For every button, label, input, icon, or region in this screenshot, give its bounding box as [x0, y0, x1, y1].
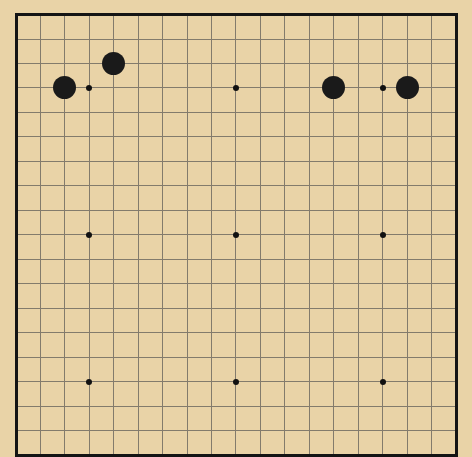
intersection-B15[interactable]	[28, 100, 52, 124]
intersection-S4[interactable]	[419, 369, 443, 393]
intersection-A14[interactable]	[4, 125, 28, 149]
intersection-T9[interactable]	[444, 247, 468, 271]
intersection-H19[interactable]	[175, 2, 199, 26]
intersection-O6[interactable]	[321, 320, 345, 344]
intersection-B13[interactable]	[28, 149, 52, 173]
intersection-F1[interactable]	[126, 443, 150, 457]
intersection-M16[interactable]	[273, 76, 297, 100]
intersection-P7[interactable]	[346, 296, 370, 320]
intersection-O17[interactable]	[321, 51, 345, 75]
intersection-G3[interactable]	[150, 394, 174, 418]
intersection-E14[interactable]	[102, 125, 126, 149]
intersection-M7[interactable]	[273, 296, 297, 320]
intersection-K4[interactable]	[224, 369, 248, 393]
intersection-G17[interactable]	[150, 51, 174, 75]
intersection-F11[interactable]	[126, 198, 150, 222]
intersection-O16[interactable]	[321, 76, 345, 100]
intersection-D2[interactable]	[77, 418, 101, 442]
intersection-D17[interactable]	[77, 51, 101, 75]
intersection-K3[interactable]	[224, 394, 248, 418]
intersection-H3[interactable]	[175, 394, 199, 418]
intersection-O1[interactable]	[321, 443, 345, 457]
intersection-J15[interactable]	[199, 100, 223, 124]
intersection-A1[interactable]	[4, 443, 28, 457]
intersection-G19[interactable]	[150, 2, 174, 26]
intersection-M6[interactable]	[273, 320, 297, 344]
intersection-P8[interactable]	[346, 271, 370, 295]
intersection-Q6[interactable]	[370, 320, 394, 344]
intersection-N12[interactable]	[297, 174, 321, 198]
intersection-T17[interactable]	[444, 51, 468, 75]
intersection-J17[interactable]	[199, 51, 223, 75]
intersection-M11[interactable]	[273, 198, 297, 222]
intersection-L3[interactable]	[248, 394, 272, 418]
intersection-A5[interactable]	[4, 345, 28, 369]
intersection-R8[interactable]	[395, 271, 419, 295]
intersection-B9[interactable]	[28, 247, 52, 271]
intersection-B8[interactable]	[28, 271, 52, 295]
intersection-L6[interactable]	[248, 320, 272, 344]
intersection-E6[interactable]	[102, 320, 126, 344]
intersection-J18[interactable]	[199, 27, 223, 51]
intersection-N5[interactable]	[297, 345, 321, 369]
intersection-Q10[interactable]	[370, 223, 394, 247]
intersection-S5[interactable]	[419, 345, 443, 369]
intersection-K9[interactable]	[224, 247, 248, 271]
intersection-J10[interactable]	[199, 223, 223, 247]
intersection-A11[interactable]	[4, 198, 28, 222]
intersection-Q19[interactable]	[370, 2, 394, 26]
intersection-D9[interactable]	[77, 247, 101, 271]
intersection-H12[interactable]	[175, 174, 199, 198]
intersection-S12[interactable]	[419, 174, 443, 198]
intersection-P12[interactable]	[346, 174, 370, 198]
intersection-R19[interactable]	[395, 2, 419, 26]
intersection-F12[interactable]	[126, 174, 150, 198]
intersection-D15[interactable]	[77, 100, 101, 124]
intersection-B3[interactable]	[28, 394, 52, 418]
intersection-E12[interactable]	[102, 174, 126, 198]
intersection-H13[interactable]	[175, 149, 199, 173]
intersection-T2[interactable]	[444, 418, 468, 442]
intersection-G4[interactable]	[150, 369, 174, 393]
intersection-H4[interactable]	[175, 369, 199, 393]
intersection-P11[interactable]	[346, 198, 370, 222]
intersection-K17[interactable]	[224, 51, 248, 75]
intersection-N18[interactable]	[297, 27, 321, 51]
intersection-L1[interactable]	[248, 443, 272, 457]
intersection-C14[interactable]	[53, 125, 77, 149]
intersection-P3[interactable]	[346, 394, 370, 418]
intersection-K13[interactable]	[224, 149, 248, 173]
intersection-Q9[interactable]	[370, 247, 394, 271]
intersection-J4[interactable]	[199, 369, 223, 393]
intersection-F15[interactable]	[126, 100, 150, 124]
intersection-C5[interactable]	[53, 345, 77, 369]
intersection-O11[interactable]	[321, 198, 345, 222]
intersection-M2[interactable]	[273, 418, 297, 442]
intersection-O5[interactable]	[321, 345, 345, 369]
intersection-D7[interactable]	[77, 296, 101, 320]
intersection-M4[interactable]	[273, 369, 297, 393]
intersection-D5[interactable]	[77, 345, 101, 369]
intersection-B6[interactable]	[28, 320, 52, 344]
intersection-G5[interactable]	[150, 345, 174, 369]
intersection-S19[interactable]	[419, 2, 443, 26]
intersection-E9[interactable]	[102, 247, 126, 271]
intersection-K18[interactable]	[224, 27, 248, 51]
intersection-L5[interactable]	[248, 345, 272, 369]
intersection-A2[interactable]	[4, 418, 28, 442]
intersection-L18[interactable]	[248, 27, 272, 51]
intersection-G13[interactable]	[150, 149, 174, 173]
intersection-O12[interactable]	[321, 174, 345, 198]
intersection-G1[interactable]	[150, 443, 174, 457]
intersection-A9[interactable]	[4, 247, 28, 271]
intersection-F13[interactable]	[126, 149, 150, 173]
intersection-N4[interactable]	[297, 369, 321, 393]
intersection-O15[interactable]	[321, 100, 345, 124]
intersection-T6[interactable]	[444, 320, 468, 344]
intersection-E16[interactable]	[102, 76, 126, 100]
intersection-R2[interactable]	[395, 418, 419, 442]
intersection-S10[interactable]	[419, 223, 443, 247]
intersection-E8[interactable]	[102, 271, 126, 295]
intersection-R16[interactable]	[395, 76, 419, 100]
intersection-D11[interactable]	[77, 198, 101, 222]
intersection-M15[interactable]	[273, 100, 297, 124]
intersection-B10[interactable]	[28, 223, 52, 247]
intersection-B12[interactable]	[28, 174, 52, 198]
intersection-A4[interactable]	[4, 369, 28, 393]
intersection-S15[interactable]	[419, 100, 443, 124]
intersection-C2[interactable]	[53, 418, 77, 442]
intersection-S13[interactable]	[419, 149, 443, 173]
intersection-G7[interactable]	[150, 296, 174, 320]
intersection-M13[interactable]	[273, 149, 297, 173]
intersection-E11[interactable]	[102, 198, 126, 222]
intersection-J5[interactable]	[199, 345, 223, 369]
intersection-T3[interactable]	[444, 394, 468, 418]
intersection-O2[interactable]	[321, 418, 345, 442]
intersection-A19[interactable]	[4, 2, 28, 26]
intersection-C17[interactable]	[53, 51, 77, 75]
intersection-O3[interactable]	[321, 394, 345, 418]
intersection-C10[interactable]	[53, 223, 77, 247]
intersection-O14[interactable]	[321, 125, 345, 149]
intersection-H10[interactable]	[175, 223, 199, 247]
intersection-C1[interactable]	[53, 443, 77, 457]
intersection-G15[interactable]	[150, 100, 174, 124]
intersection-C9[interactable]	[53, 247, 77, 271]
intersection-N10[interactable]	[297, 223, 321, 247]
intersection-F18[interactable]	[126, 27, 150, 51]
intersection-H18[interactable]	[175, 27, 199, 51]
intersection-M8[interactable]	[273, 271, 297, 295]
intersection-D16[interactable]	[77, 76, 101, 100]
intersection-E5[interactable]	[102, 345, 126, 369]
intersection-L2[interactable]	[248, 418, 272, 442]
intersection-S18[interactable]	[419, 27, 443, 51]
intersection-S17[interactable]	[419, 51, 443, 75]
intersection-Q15[interactable]	[370, 100, 394, 124]
intersection-L10[interactable]	[248, 223, 272, 247]
intersection-M14[interactable]	[273, 125, 297, 149]
intersection-R4[interactable]	[395, 369, 419, 393]
intersection-K10[interactable]	[224, 223, 248, 247]
intersection-T13[interactable]	[444, 149, 468, 173]
intersection-J16[interactable]	[199, 76, 223, 100]
intersection-D1[interactable]	[77, 443, 101, 457]
intersection-H17[interactable]	[175, 51, 199, 75]
intersection-O13[interactable]	[321, 149, 345, 173]
intersection-H5[interactable]	[175, 345, 199, 369]
intersection-D14[interactable]	[77, 125, 101, 149]
intersection-K5[interactable]	[224, 345, 248, 369]
intersection-J7[interactable]	[199, 296, 223, 320]
intersection-J6[interactable]	[199, 320, 223, 344]
intersection-L15[interactable]	[248, 100, 272, 124]
intersection-F6[interactable]	[126, 320, 150, 344]
intersection-C11[interactable]	[53, 198, 77, 222]
intersection-R1[interactable]	[395, 443, 419, 457]
intersection-Q13[interactable]	[370, 149, 394, 173]
intersection-H11[interactable]	[175, 198, 199, 222]
intersection-S6[interactable]	[419, 320, 443, 344]
intersection-Q3[interactable]	[370, 394, 394, 418]
intersection-H14[interactable]	[175, 125, 199, 149]
intersection-K6[interactable]	[224, 320, 248, 344]
intersection-K2[interactable]	[224, 418, 248, 442]
intersection-Q14[interactable]	[370, 125, 394, 149]
intersection-F5[interactable]	[126, 345, 150, 369]
intersection-C4[interactable]	[53, 369, 77, 393]
intersection-T15[interactable]	[444, 100, 468, 124]
intersection-R11[interactable]	[395, 198, 419, 222]
intersection-T5[interactable]	[444, 345, 468, 369]
intersection-O18[interactable]	[321, 27, 345, 51]
intersection-R15[interactable]	[395, 100, 419, 124]
intersection-H15[interactable]	[175, 100, 199, 124]
intersection-N15[interactable]	[297, 100, 321, 124]
intersection-E13[interactable]	[102, 149, 126, 173]
intersection-M17[interactable]	[273, 51, 297, 75]
intersection-P10[interactable]	[346, 223, 370, 247]
intersection-G8[interactable]	[150, 271, 174, 295]
intersection-J19[interactable]	[199, 2, 223, 26]
intersection-E2[interactable]	[102, 418, 126, 442]
intersection-R7[interactable]	[395, 296, 419, 320]
intersection-P9[interactable]	[346, 247, 370, 271]
intersection-N3[interactable]	[297, 394, 321, 418]
intersection-L16[interactable]	[248, 76, 272, 100]
intersection-B17[interactable]	[28, 51, 52, 75]
intersection-G6[interactable]	[150, 320, 174, 344]
intersection-D4[interactable]	[77, 369, 101, 393]
intersection-M18[interactable]	[273, 27, 297, 51]
intersection-C8[interactable]	[53, 271, 77, 295]
intersection-N1[interactable]	[297, 443, 321, 457]
intersection-A15[interactable]	[4, 100, 28, 124]
intersection-L8[interactable]	[248, 271, 272, 295]
intersection-C18[interactable]	[53, 27, 77, 51]
intersection-N17[interactable]	[297, 51, 321, 75]
intersection-M12[interactable]	[273, 174, 297, 198]
intersection-O8[interactable]	[321, 271, 345, 295]
intersection-A12[interactable]	[4, 174, 28, 198]
intersection-E17[interactable]	[102, 51, 126, 75]
intersection-N14[interactable]	[297, 125, 321, 149]
intersection-M9[interactable]	[273, 247, 297, 271]
intersection-G10[interactable]	[150, 223, 174, 247]
intersection-C15[interactable]	[53, 100, 77, 124]
intersection-S1[interactable]	[419, 443, 443, 457]
intersection-F14[interactable]	[126, 125, 150, 149]
intersection-F17[interactable]	[126, 51, 150, 75]
intersection-K11[interactable]	[224, 198, 248, 222]
intersection-E7[interactable]	[102, 296, 126, 320]
intersection-N7[interactable]	[297, 296, 321, 320]
intersection-M10[interactable]	[273, 223, 297, 247]
intersection-J11[interactable]	[199, 198, 223, 222]
intersection-F9[interactable]	[126, 247, 150, 271]
intersection-A18[interactable]	[4, 27, 28, 51]
intersection-K16[interactable]	[224, 76, 248, 100]
intersection-N13[interactable]	[297, 149, 321, 173]
intersection-B14[interactable]	[28, 125, 52, 149]
intersection-R18[interactable]	[395, 27, 419, 51]
intersection-Q7[interactable]	[370, 296, 394, 320]
intersection-H16[interactable]	[175, 76, 199, 100]
intersection-R12[interactable]	[395, 174, 419, 198]
intersection-C7[interactable]	[53, 296, 77, 320]
intersection-B1[interactable]	[28, 443, 52, 457]
intersection-J2[interactable]	[199, 418, 223, 442]
intersection-P17[interactable]	[346, 51, 370, 75]
intersection-G18[interactable]	[150, 27, 174, 51]
intersection-C19[interactable]	[53, 2, 77, 26]
intersection-T19[interactable]	[444, 2, 468, 26]
intersection-G2[interactable]	[150, 418, 174, 442]
intersection-C13[interactable]	[53, 149, 77, 173]
intersection-N8[interactable]	[297, 271, 321, 295]
intersection-F16[interactable]	[126, 76, 150, 100]
intersection-A7[interactable]	[4, 296, 28, 320]
intersection-O4[interactable]	[321, 369, 345, 393]
intersection-F19[interactable]	[126, 2, 150, 26]
intersection-R14[interactable]	[395, 125, 419, 149]
intersection-H9[interactable]	[175, 247, 199, 271]
intersection-H7[interactable]	[175, 296, 199, 320]
intersection-Q16[interactable]	[370, 76, 394, 100]
intersection-S3[interactable]	[419, 394, 443, 418]
intersection-R6[interactable]	[395, 320, 419, 344]
intersection-R5[interactable]	[395, 345, 419, 369]
intersection-F8[interactable]	[126, 271, 150, 295]
intersection-C3[interactable]	[53, 394, 77, 418]
intersection-L4[interactable]	[248, 369, 272, 393]
intersection-Q1[interactable]	[370, 443, 394, 457]
intersection-Q2[interactable]	[370, 418, 394, 442]
intersection-D13[interactable]	[77, 149, 101, 173]
intersection-F7[interactable]	[126, 296, 150, 320]
intersection-O10[interactable]	[321, 223, 345, 247]
intersection-K1[interactable]	[224, 443, 248, 457]
intersection-S14[interactable]	[419, 125, 443, 149]
intersection-L7[interactable]	[248, 296, 272, 320]
intersection-P5[interactable]	[346, 345, 370, 369]
intersection-D18[interactable]	[77, 27, 101, 51]
intersection-P18[interactable]	[346, 27, 370, 51]
intersection-N16[interactable]	[297, 76, 321, 100]
intersection-L19[interactable]	[248, 2, 272, 26]
intersection-M3[interactable]	[273, 394, 297, 418]
intersection-C12[interactable]	[53, 174, 77, 198]
intersection-K12[interactable]	[224, 174, 248, 198]
intersection-M5[interactable]	[273, 345, 297, 369]
intersection-E19[interactable]	[102, 2, 126, 26]
intersection-R13[interactable]	[395, 149, 419, 173]
intersection-K7[interactable]	[224, 296, 248, 320]
intersection-A16[interactable]	[4, 76, 28, 100]
intersection-T18[interactable]	[444, 27, 468, 51]
intersection-O7[interactable]	[321, 296, 345, 320]
intersection-R17[interactable]	[395, 51, 419, 75]
intersection-D10[interactable]	[77, 223, 101, 247]
intersection-S16[interactable]	[419, 76, 443, 100]
intersection-B2[interactable]	[28, 418, 52, 442]
intersection-J8[interactable]	[199, 271, 223, 295]
intersection-G16[interactable]	[150, 76, 174, 100]
intersection-H8[interactable]	[175, 271, 199, 295]
intersection-E15[interactable]	[102, 100, 126, 124]
intersection-P13[interactable]	[346, 149, 370, 173]
intersection-F2[interactable]	[126, 418, 150, 442]
intersection-K8[interactable]	[224, 271, 248, 295]
intersection-B7[interactable]	[28, 296, 52, 320]
intersection-S9[interactable]	[419, 247, 443, 271]
intersection-K19[interactable]	[224, 2, 248, 26]
intersection-J9[interactable]	[199, 247, 223, 271]
intersection-R10[interactable]	[395, 223, 419, 247]
intersection-P6[interactable]	[346, 320, 370, 344]
intersection-H2[interactable]	[175, 418, 199, 442]
intersection-O9[interactable]	[321, 247, 345, 271]
intersection-L11[interactable]	[248, 198, 272, 222]
intersection-F3[interactable]	[126, 394, 150, 418]
intersection-S7[interactable]	[419, 296, 443, 320]
intersection-D8[interactable]	[77, 271, 101, 295]
intersection-H1[interactable]	[175, 443, 199, 457]
intersection-P2[interactable]	[346, 418, 370, 442]
intersection-P4[interactable]	[346, 369, 370, 393]
intersection-F10[interactable]	[126, 223, 150, 247]
intersection-L17[interactable]	[248, 51, 272, 75]
intersection-R3[interactable]	[395, 394, 419, 418]
intersection-J1[interactable]	[199, 443, 223, 457]
intersection-D12[interactable]	[77, 174, 101, 198]
intersection-A13[interactable]	[4, 149, 28, 173]
intersection-N11[interactable]	[297, 198, 321, 222]
intersection-N19[interactable]	[297, 2, 321, 26]
intersection-T1[interactable]	[444, 443, 468, 457]
intersection-Q5[interactable]	[370, 345, 394, 369]
intersection-E4[interactable]	[102, 369, 126, 393]
intersection-G11[interactable]	[150, 198, 174, 222]
intersection-A3[interactable]	[4, 394, 28, 418]
intersection-G12[interactable]	[150, 174, 174, 198]
intersection-B11[interactable]	[28, 198, 52, 222]
